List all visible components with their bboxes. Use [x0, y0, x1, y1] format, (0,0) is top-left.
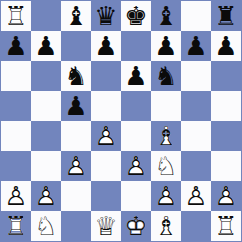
- chess-board: ♜♖♝♛♚♝♜♟♟♟♟♟♟♞♟♞♟♟♙♝♗♟♙♟♙♞♘♟♙♟♙♟♙♟♙♟♙♜♖♞…: [0, 0, 242, 242]
- square-e1[interactable]: ♚♔: [121, 211, 151, 241]
- black-knight: ♞: [61, 61, 91, 91]
- black-pawn: ♟: [61, 91, 91, 121]
- black-bishop: ♝: [151, 1, 181, 31]
- white-knight: ♞♘: [151, 151, 181, 181]
- square-a7[interactable]: ♟: [1, 31, 31, 61]
- white-pawn: ♟♙: [181, 181, 211, 211]
- square-a8[interactable]: ♜♖: [1, 1, 31, 31]
- square-b2[interactable]: ♟♙: [31, 181, 61, 211]
- square-d4[interactable]: ♟♙: [91, 121, 121, 151]
- square-f8[interactable]: ♝: [151, 1, 181, 31]
- square-d1[interactable]: ♛♕: [91, 211, 121, 241]
- square-f5[interactable]: [151, 91, 181, 121]
- square-c5[interactable]: ♟: [61, 91, 91, 121]
- square-h2[interactable]: ♟♙: [211, 181, 241, 211]
- black-pawn: ♟: [181, 31, 211, 61]
- square-d8[interactable]: ♛: [91, 1, 121, 31]
- square-c6[interactable]: ♞: [61, 61, 91, 91]
- square-c3[interactable]: ♟♙: [61, 151, 91, 181]
- square-e2[interactable]: [121, 181, 151, 211]
- black-bishop: ♝: [61, 1, 91, 31]
- black-pawn: ♟: [31, 31, 61, 61]
- square-d5[interactable]: [91, 91, 121, 121]
- square-h6[interactable]: [211, 61, 241, 91]
- square-c7[interactable]: [61, 31, 91, 61]
- black-king: ♚: [121, 1, 151, 31]
- square-g6[interactable]: [181, 61, 211, 91]
- square-d7[interactable]: ♟: [91, 31, 121, 61]
- square-a6[interactable]: [1, 61, 31, 91]
- black-pawn: ♟: [151, 31, 181, 61]
- square-e6[interactable]: ♟: [121, 61, 151, 91]
- white-queen: ♛♕: [91, 211, 121, 241]
- white-pawn: ♟♙: [1, 181, 31, 211]
- white-king: ♚♔: [121, 211, 151, 241]
- square-e7[interactable]: [121, 31, 151, 61]
- white-bishop: ♝♗: [151, 211, 181, 241]
- square-b3[interactable]: [31, 151, 61, 181]
- square-c1[interactable]: [61, 211, 91, 241]
- square-f2[interactable]: ♟♙: [151, 181, 181, 211]
- white-rook: ♜♖: [1, 211, 31, 241]
- black-pawn: ♟: [211, 31, 241, 61]
- white-pawn: ♟♙: [31, 181, 61, 211]
- square-d3[interactable]: [91, 151, 121, 181]
- white-rook: ♜♖: [211, 211, 241, 241]
- square-h3[interactable]: [211, 151, 241, 181]
- square-h5[interactable]: [211, 91, 241, 121]
- square-g1[interactable]: [181, 211, 211, 241]
- square-g7[interactable]: ♟: [181, 31, 211, 61]
- square-f3[interactable]: ♞♘: [151, 151, 181, 181]
- square-g8[interactable]: [181, 1, 211, 31]
- square-d2[interactable]: [91, 181, 121, 211]
- square-b4[interactable]: [31, 121, 61, 151]
- black-pawn: ♟: [121, 61, 151, 91]
- square-e3[interactable]: ♟♙: [121, 151, 151, 181]
- white-knight: ♞♘: [31, 211, 61, 241]
- square-h4[interactable]: [211, 121, 241, 151]
- white-rook: ♜♖: [1, 1, 31, 31]
- square-a1[interactable]: ♜♖: [1, 211, 31, 241]
- square-f4[interactable]: ♝♗: [151, 121, 181, 151]
- square-e5[interactable]: [121, 91, 151, 121]
- square-b8[interactable]: [31, 1, 61, 31]
- white-pawn: ♟♙: [61, 151, 91, 181]
- square-c8[interactable]: ♝: [61, 1, 91, 31]
- square-e8[interactable]: ♚: [121, 1, 151, 31]
- square-d6[interactable]: [91, 61, 121, 91]
- white-pawn: ♟♙: [151, 181, 181, 211]
- black-rook: ♜: [211, 1, 241, 31]
- black-pawn: ♟: [1, 31, 31, 61]
- square-h7[interactable]: ♟: [211, 31, 241, 61]
- black-queen: ♛: [91, 1, 121, 31]
- square-b7[interactable]: ♟: [31, 31, 61, 61]
- square-f1[interactable]: ♝♗: [151, 211, 181, 241]
- square-c4[interactable]: [61, 121, 91, 151]
- square-f6[interactable]: ♞: [151, 61, 181, 91]
- square-a3[interactable]: [1, 151, 31, 181]
- square-f7[interactable]: ♟: [151, 31, 181, 61]
- square-g5[interactable]: [181, 91, 211, 121]
- square-g2[interactable]: ♟♙: [181, 181, 211, 211]
- square-b5[interactable]: [31, 91, 61, 121]
- white-pawn: ♟♙: [91, 121, 121, 151]
- square-b6[interactable]: [31, 61, 61, 91]
- square-a4[interactable]: [1, 121, 31, 151]
- screenshot-stage: ♜♖♝♛♚♝♜♟♟♟♟♟♟♞♟♞♟♟♙♝♗♟♙♟♙♞♘♟♙♟♙♟♙♟♙♟♙♜♖♞…: [0, 0, 242, 242]
- square-g3[interactable]: [181, 151, 211, 181]
- black-pawn: ♟: [91, 31, 121, 61]
- square-g4[interactable]: [181, 121, 211, 151]
- square-a5[interactable]: [1, 91, 31, 121]
- square-b1[interactable]: ♞♘: [31, 211, 61, 241]
- square-h1[interactable]: ♜♖: [211, 211, 241, 241]
- white-bishop: ♝♗: [151, 121, 181, 151]
- square-c2[interactable]: [61, 181, 91, 211]
- square-h8[interactable]: ♜: [211, 1, 241, 31]
- white-pawn: ♟♙: [211, 181, 241, 211]
- white-pawn: ♟♙: [121, 151, 151, 181]
- square-e4[interactable]: [121, 121, 151, 151]
- square-a2[interactable]: ♟♙: [1, 181, 31, 211]
- black-knight: ♞: [151, 61, 181, 91]
